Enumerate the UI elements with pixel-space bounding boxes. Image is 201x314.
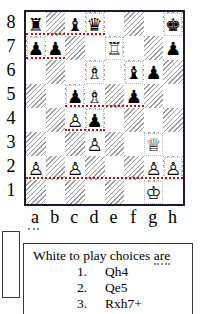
square-e8[interactable]	[105, 12, 125, 36]
square-d3[interactable]: ♙	[85, 132, 105, 156]
white-bishop-icon[interactable]: ♗	[87, 86, 103, 107]
choices-intro-text: White to play choices	[33, 248, 154, 263]
square-e7[interactable]: ♖	[105, 36, 125, 60]
choices-box: White to play choices are 1. Qh4 2. Qe5 …	[23, 243, 193, 314]
choice-move-qe5[interactable]: Qe5	[105, 280, 128, 296]
square-d6[interactable]: ♗	[85, 60, 105, 84]
rank-label-7: 7	[3, 34, 19, 58]
square-d7[interactable]	[85, 36, 105, 60]
square-g3[interactable]: ♕	[144, 132, 164, 156]
square-e6[interactable]	[105, 60, 125, 84]
square-c3[interactable]	[65, 132, 85, 156]
square-b3[interactable]	[46, 132, 66, 156]
choice-move-qh4[interactable]: Qh4	[105, 264, 128, 280]
choice-number: 2.	[77, 280, 93, 296]
rank-label-5: 5	[3, 82, 19, 106]
square-a4[interactable]	[26, 108, 46, 132]
square-h8[interactable]: ♚	[163, 12, 183, 36]
black-king-icon[interactable]: ♚	[165, 14, 181, 35]
black-pawn-icon[interactable]: ♟	[28, 38, 44, 59]
black-pawn-icon[interactable]: ♟	[145, 62, 161, 83]
black-pawn-icon[interactable]: ♟	[87, 110, 103, 131]
square-b4[interactable]	[46, 108, 66, 132]
square-h4[interactable]	[163, 108, 183, 132]
square-h3[interactable]	[163, 132, 183, 156]
white-king-icon[interactable]: ♔	[145, 182, 161, 203]
black-pawn-icon[interactable]: ♟	[67, 86, 83, 107]
black-pawn-icon[interactable]: ♟	[47, 38, 63, 59]
file-label-e: e	[104, 206, 124, 228]
rank-label-2: 2	[3, 154, 19, 178]
file-label-b: b	[45, 206, 65, 228]
square-h7[interactable]: ♟	[163, 36, 183, 60]
square-a5[interactable]	[26, 84, 46, 108]
square-f7[interactable]	[124, 36, 144, 60]
choice-number: 1.	[77, 264, 93, 280]
rank-label-8: 8	[3, 10, 19, 34]
square-d1[interactable]	[85, 180, 105, 204]
black-pawn-icon[interactable]: ♟	[165, 38, 181, 59]
square-g6[interactable]: ♟	[144, 60, 164, 84]
rank-label-3: 3	[3, 130, 19, 154]
black-bishop-icon[interactable]: ♝	[126, 62, 142, 83]
square-a3[interactable]	[26, 132, 46, 156]
spellcheck-underline-rank-8	[26, 33, 105, 35]
square-e4[interactable]	[105, 108, 125, 132]
square-f3[interactable]	[124, 132, 144, 156]
white-rook-icon[interactable]: ♖	[106, 38, 122, 59]
chess-worksheet: ♜♝♛♚♟♟♖♟♗♝♟♟♗♟♙♟♙♕♙♙♙♙♔ 87654321 abcdefg…	[0, 0, 201, 314]
file-label-g: g	[143, 206, 163, 228]
white-pawn-icon[interactable]: ♙	[165, 158, 181, 179]
file-label-h: h	[162, 206, 182, 228]
choice-number: 3.	[77, 296, 93, 312]
spellcheck-underline-rank-2	[26, 177, 183, 179]
black-queen-icon[interactable]: ♛	[87, 14, 103, 35]
square-f6[interactable]: ♝	[124, 60, 144, 84]
white-pawn-icon[interactable]: ♙	[145, 158, 161, 179]
square-e3[interactable]	[105, 132, 125, 156]
spellcheck-underline-rank-5	[65, 105, 144, 107]
square-b1[interactable]	[46, 180, 66, 204]
square-f4[interactable]	[124, 108, 144, 132]
square-c6[interactable]	[65, 60, 85, 84]
white-queen-icon[interactable]: ♕	[145, 134, 161, 155]
square-g4[interactable]	[144, 108, 164, 132]
choice-item-3[interactable]: 3. Rxh7+	[33, 296, 192, 312]
square-g8[interactable]	[144, 12, 164, 36]
rank-label-1: 1	[3, 178, 19, 202]
white-pawn-icon[interactable]: ♙	[28, 158, 44, 179]
choice-item-2[interactable]: 2. Qe5	[33, 280, 192, 296]
square-h1[interactable]	[163, 180, 183, 204]
black-rook-icon[interactable]: ♜	[28, 14, 44, 35]
square-e1[interactable]	[105, 180, 125, 204]
square-g7[interactable]	[144, 36, 164, 60]
square-a1[interactable]	[26, 180, 46, 204]
white-bishop-icon[interactable]: ♗	[87, 62, 103, 83]
file-label-c: c	[64, 206, 84, 228]
square-b5[interactable]	[46, 84, 66, 108]
choices-intro-word-are: are	[154, 248, 170, 265]
square-g5[interactable]	[144, 84, 164, 108]
square-g1[interactable]: ♔	[144, 180, 164, 204]
square-f8[interactable]	[124, 12, 144, 36]
black-pawn-icon[interactable]: ♟	[126, 86, 142, 107]
white-pawn-icon[interactable]: ♙	[67, 110, 83, 131]
square-b6[interactable]	[46, 60, 66, 84]
choice-move-rxh7[interactable]: Rxh7+	[105, 296, 142, 312]
file-label-a: a	[25, 206, 45, 228]
choices-intro: White to play choices are	[33, 248, 192, 264]
black-bishop-icon[interactable]: ♝	[67, 14, 83, 35]
square-f1[interactable]	[124, 180, 144, 204]
choice-item-1[interactable]: 1. Qh4	[33, 264, 192, 280]
rank-label-6: 6	[3, 58, 19, 82]
file-label-f: f	[123, 206, 143, 228]
square-c7[interactable]	[65, 36, 85, 60]
empty-side-box	[2, 231, 20, 298]
spellcheck-underline-rank-4	[65, 129, 104, 131]
square-h6[interactable]	[163, 60, 183, 84]
spellcheck-underline-rank-7	[26, 57, 65, 59]
square-a6[interactable]	[26, 60, 46, 84]
white-pawn-icon[interactable]: ♙	[87, 134, 103, 155]
file-label-d: d	[84, 206, 104, 228]
grammar-underline-file-a	[28, 228, 39, 230]
square-h5[interactable]	[163, 84, 183, 108]
square-c1[interactable]	[65, 180, 85, 204]
white-pawn-icon[interactable]: ♙	[67, 158, 83, 179]
rank-label-4: 4	[3, 106, 19, 130]
